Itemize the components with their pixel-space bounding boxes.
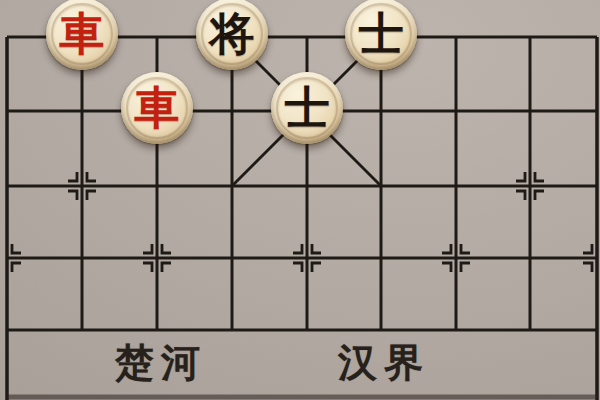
- piece-red-chariot-1[interactable]: 車: [46, 0, 118, 70]
- river-label-han-jie: 汉界: [338, 343, 430, 382]
- river-label-chu-he: 楚河: [115, 343, 207, 382]
- piece-character: 将: [210, 12, 255, 57]
- piece-character: 士: [359, 12, 404, 57]
- piece-character: 車: [60, 12, 105, 57]
- piece-black-advisor-2[interactable]: 士: [271, 72, 343, 144]
- piece-character: 車: [135, 86, 180, 131]
- xiangqi-board: 楚河 汉界 車将士車士: [0, 0, 600, 400]
- piece-black-advisor-1[interactable]: 士: [345, 0, 417, 70]
- piece-character: 士: [285, 86, 330, 131]
- piece-black-general[interactable]: 将: [196, 0, 268, 70]
- piece-red-chariot-2[interactable]: 車: [121, 72, 193, 144]
